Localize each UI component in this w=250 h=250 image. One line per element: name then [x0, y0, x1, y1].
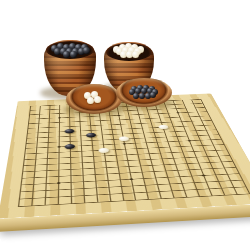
intersection — [65, 200, 78, 208]
intersection — [13, 188, 27, 196]
intersection — [39, 187, 52, 195]
intersection — [51, 200, 64, 208]
white-stone — [98, 148, 109, 154]
intersection — [40, 174, 53, 181]
intersection — [181, 161, 195, 168]
intersection — [27, 181, 40, 188]
intersection — [65, 192, 78, 200]
intersection — [12, 195, 26, 203]
intersection — [154, 150, 167, 156]
intersection — [113, 176, 126, 183]
intersection — [39, 194, 52, 202]
black-stone — [70, 51, 77, 58]
intersection — [65, 166, 77, 173]
intersection — [128, 189, 142, 197]
intersection — [139, 182, 153, 189]
intersection — [169, 161, 183, 168]
intersection — [87, 153, 99, 159]
intersection — [28, 174, 41, 181]
intersection — [11, 203, 25, 211]
star-point — [57, 182, 60, 184]
intersection — [41, 161, 53, 168]
intersection — [111, 158, 123, 164]
intersection — [100, 171, 113, 178]
intersection — [142, 195, 157, 203]
intersection — [90, 191, 103, 199]
intersection — [76, 148, 88, 154]
star-point — [58, 117, 61, 118]
intersection — [78, 199, 91, 207]
intersection — [109, 147, 121, 153]
intersection — [65, 186, 78, 194]
star-point — [202, 175, 206, 177]
intersection — [226, 158, 240, 164]
intersection — [180, 193, 195, 201]
star-point — [57, 146, 60, 148]
intersection — [201, 154, 215, 160]
intersection — [158, 162, 171, 169]
intersection — [198, 148, 211, 154]
intersection — [52, 193, 65, 201]
intersection — [42, 150, 54, 156]
intersection — [132, 151, 145, 157]
intersection — [140, 188, 154, 196]
intersection — [122, 158, 135, 164]
intersection — [129, 196, 143, 204]
intersection — [75, 143, 86, 149]
intersection — [175, 180, 189, 187]
intersection — [229, 191, 245, 199]
intersection — [226, 184, 242, 192]
intersection — [65, 149, 76, 155]
intersection — [185, 143, 198, 149]
go-board — [0, 94, 250, 219]
intersection — [42, 139, 53, 145]
intersection — [209, 148, 223, 154]
intersection — [223, 177, 238, 184]
board-surface — [0, 94, 250, 219]
intersection — [209, 171, 224, 178]
intersection — [17, 163, 30, 170]
intersection — [185, 173, 199, 180]
intersection — [53, 150, 64, 156]
star-point — [177, 112, 180, 113]
intersection — [40, 167, 52, 174]
star-point — [130, 178, 134, 180]
intersection — [90, 184, 103, 192]
intersection — [156, 156, 169, 162]
intersection — [151, 181, 165, 188]
intersection — [202, 185, 217, 193]
intersection — [137, 175, 151, 182]
intersection — [163, 180, 177, 187]
intersection — [211, 178, 226, 185]
intersection — [14, 181, 27, 188]
intersection — [115, 190, 129, 198]
intersection — [215, 159, 229, 165]
intersection — [29, 162, 41, 169]
intersection — [88, 159, 100, 166]
intersection — [154, 195, 169, 203]
intersection — [229, 164, 244, 171]
intersection — [167, 155, 180, 161]
intersection — [38, 201, 52, 209]
intersection — [16, 169, 29, 176]
intersection — [77, 192, 90, 200]
intersection — [28, 168, 41, 175]
intersection — [87, 148, 99, 154]
intersection — [192, 193, 207, 201]
intersection — [220, 171, 235, 178]
intersection — [65, 155, 77, 161]
intersection — [127, 182, 141, 189]
intersection — [142, 145, 154, 151]
intersection — [89, 178, 102, 185]
intersection — [25, 202, 39, 210]
intersection — [53, 144, 64, 150]
white-stone — [87, 97, 94, 104]
intersection — [205, 192, 221, 200]
intersection — [20, 140, 32, 146]
intersection — [217, 191, 233, 199]
intersection — [135, 163, 148, 170]
intersection — [125, 176, 138, 183]
intersection — [77, 178, 90, 185]
intersection — [65, 172, 77, 179]
intersection — [15, 175, 28, 182]
intersection — [136, 169, 149, 176]
white-stone — [94, 96, 101, 103]
intersection — [192, 160, 206, 167]
intersection — [159, 168, 173, 175]
intersection — [212, 153, 226, 159]
intersection — [183, 166, 197, 173]
intersection — [197, 172, 212, 179]
intersection — [88, 165, 100, 172]
intersection — [238, 183, 250, 191]
intersection — [190, 186, 205, 194]
intersection — [30, 151, 42, 157]
intersection — [31, 140, 42, 146]
intersection — [52, 179, 65, 186]
intersection — [188, 149, 201, 155]
intersection — [31, 145, 43, 151]
intersection — [102, 184, 115, 192]
intersection — [97, 142, 109, 148]
intersection — [203, 159, 217, 166]
intersection — [76, 166, 88, 173]
intersection — [77, 185, 90, 193]
intersection — [148, 168, 162, 175]
intersection — [120, 146, 132, 152]
intersection — [19, 151, 31, 157]
intersection — [19, 146, 31, 152]
intersection — [143, 151, 156, 157]
intersection — [100, 165, 113, 172]
intersection — [217, 165, 232, 172]
intersection — [164, 144, 177, 150]
intersection — [98, 147, 110, 153]
intersection — [214, 184, 229, 192]
intersection — [65, 160, 77, 167]
intersection — [91, 198, 105, 206]
intersection — [26, 194, 40, 202]
intersection — [218, 142, 232, 148]
intersection — [103, 198, 117, 206]
intersection — [173, 173, 187, 180]
intersection — [53, 161, 65, 168]
black-stone — [63, 51, 70, 58]
intersection — [175, 144, 188, 150]
intersection — [179, 155, 192, 161]
intersection — [76, 154, 88, 160]
intersection — [146, 162, 159, 169]
intersection — [101, 177, 114, 184]
intersection — [30, 156, 42, 162]
intersection — [26, 188, 39, 196]
white-stones-lid-tray — [66, 84, 122, 114]
go-set-photo — [0, 0, 250, 250]
star-point — [188, 140, 192, 142]
intersection — [166, 150, 179, 156]
intersection — [161, 174, 175, 181]
intersection — [206, 165, 220, 172]
black-stone — [83, 47, 90, 54]
intersection — [190, 154, 204, 160]
intersection — [167, 194, 182, 202]
star-point — [118, 115, 121, 116]
black-stone — [65, 144, 75, 149]
intersection — [165, 187, 180, 195]
intersection — [18, 157, 30, 163]
star-point — [123, 143, 126, 145]
intersection — [121, 152, 133, 158]
intersection — [99, 153, 111, 159]
intersection — [116, 197, 130, 205]
intersection — [103, 190, 117, 198]
intersection — [187, 179, 202, 186]
board-grid — [11, 97, 250, 211]
intersection — [112, 170, 125, 177]
intersection — [52, 186, 65, 194]
intersection — [53, 155, 65, 161]
intersection — [114, 183, 128, 190]
intersection — [223, 153, 237, 159]
intersection — [53, 167, 65, 174]
intersection — [153, 145, 166, 151]
intersection — [99, 159, 111, 165]
intersection — [199, 178, 214, 185]
white-stone — [132, 51, 139, 58]
intersection — [131, 146, 143, 152]
intersection — [123, 163, 136, 170]
intersection — [86, 143, 98, 149]
intersection — [220, 147, 234, 153]
intersection — [111, 164, 124, 171]
intersection — [76, 160, 88, 167]
black-stones-lid-tray — [116, 78, 172, 107]
intersection — [77, 172, 89, 179]
intersection — [149, 175, 163, 182]
intersection — [177, 186, 192, 194]
black-bowl-rim — [46, 41, 94, 59]
intersection — [40, 180, 53, 187]
intersection — [177, 149, 190, 155]
intersection — [235, 177, 250, 184]
intersection — [153, 188, 167, 196]
intersection — [110, 152, 122, 158]
intersection — [133, 157, 146, 163]
intersection — [232, 170, 247, 177]
white-bowl-rim — [106, 43, 152, 61]
intersection — [171, 167, 185, 174]
intersection — [52, 173, 64, 180]
intersection — [89, 171, 102, 178]
intersection — [42, 145, 53, 151]
intersection — [41, 156, 53, 162]
intersection — [65, 179, 77, 186]
intersection — [65, 144, 76, 150]
intersection — [194, 166, 208, 173]
black-stone — [150, 92, 156, 98]
intersection — [124, 169, 137, 176]
intersection — [242, 190, 250, 198]
intersection — [145, 156, 158, 162]
